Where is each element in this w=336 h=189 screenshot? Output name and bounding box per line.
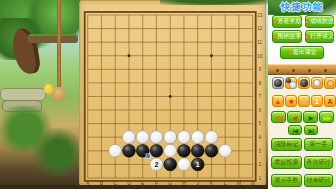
quick-button-exit-class[interactable]: 退出课堂 <box>280 46 324 59</box>
right-panel: 快捷功能 查看奖励 成绩数据 围棋故事 打开讲义 退出课堂 <box>268 0 336 189</box>
shelf-tack <box>308 69 311 72</box>
rope-tassel <box>51 87 66 101</box>
end-discussion-button[interactable]: 结束研讨 <box>304 174 333 187</box>
button-label: 再次研讨 <box>307 158 331 167</box>
svg-text:1: 1 <box>258 176 261 181</box>
go-board[interactable]: ABCDEFGHJKLMN1312111098765432121 <box>79 0 266 186</box>
stone-white-F4[interactable] <box>150 131 163 144</box>
shelf-tack <box>276 69 279 72</box>
foliage-overhang <box>160 0 268 5</box>
number-icon: 1 <box>315 98 319 105</box>
stone-white-E4[interactable] <box>136 131 149 144</box>
button-icon <box>273 20 277 24</box>
alternate-stones-tool[interactable] <box>285 77 297 89</box>
svg-text:8: 8 <box>258 81 261 86</box>
button-label: 清除标记 <box>275 140 299 149</box>
stone-white-L3[interactable] <box>219 144 232 157</box>
stone-white-G3[interactable] <box>164 144 177 157</box>
letter-marker-tool[interactable]: A <box>324 95 336 107</box>
number-marker-tool[interactable]: 1 <box>311 95 323 107</box>
fast-forward-icon: ▶▶ <box>323 114 330 121</box>
fast-backward-button[interactable]: ◀◀ <box>271 111 286 123</box>
hanging-rope <box>57 0 61 92</box>
clear-marks-button[interactable]: 清除标记 <box>271 138 302 151</box>
add-black-tool[interactable] <box>298 77 310 89</box>
play-black-tool[interactable] <box>272 77 284 89</box>
add-white-tool[interactable] <box>311 77 323 89</box>
button-icon <box>273 35 277 39</box>
stone-white-D4[interactable] <box>123 131 136 144</box>
stone-white-H2[interactable] <box>178 158 191 171</box>
stone-black-D3[interactable] <box>123 144 136 157</box>
button-label: 围棋故事 <box>278 32 302 41</box>
yellow-chick <box>44 84 53 94</box>
backward-icon: ◀ <box>293 114 297 121</box>
square-marker-tool[interactable]: ■ <box>285 95 297 107</box>
first-hand-button[interactable]: 第一手 <box>304 138 333 151</box>
forward-button[interactable]: ▶ <box>303 111 318 123</box>
button-label: 发起投票 <box>275 158 299 167</box>
svg-text:2: 2 <box>154 161 158 168</box>
button-label: 查看奖励 <box>278 17 302 26</box>
skip-to-end-icon: ▶| <box>309 127 313 134</box>
first-move-button[interactable]: |◀ <box>288 125 302 135</box>
circle-marker-tool[interactable]: ○ <box>298 95 310 107</box>
stone-white-C3[interactable] <box>109 144 122 157</box>
button-label: 第一手 <box>310 140 328 149</box>
quick-button-open-handout[interactable]: 打开讲义 <box>305 30 334 43</box>
forward-icon: ▶ <box>309 114 313 121</box>
button-icon <box>288 51 292 55</box>
tool-panel: ▲ ■ ○ 1 A ◀◀ ◀ ▶ ▶▶ |◀ ▶| 清除标记 第一手 发起投票 … <box>268 75 336 189</box>
stone-black-J3[interactable] <box>191 144 204 157</box>
discuss-again-button[interactable]: 再次研讨 <box>304 156 333 169</box>
circle-icon: ○ <box>302 98 306 105</box>
button-label: 打开讲义 <box>310 32 334 41</box>
stone-black-G2[interactable] <box>164 158 177 171</box>
svg-text:12: 12 <box>257 26 263 31</box>
stone-white-J4[interactable] <box>191 131 204 144</box>
start-vote-button[interactable]: 发起投票 <box>271 156 302 169</box>
svg-text:6: 6 <box>258 108 261 113</box>
button-label: 显示手数 <box>275 176 299 185</box>
svg-text:11: 11 <box>257 40 262 45</box>
stone-white-G4[interactable] <box>164 131 177 144</box>
shelf-tack <box>292 69 295 72</box>
fast-forward-button[interactable]: ▶▶ <box>319 111 334 123</box>
quick-button-rewards[interactable]: 查看奖励 <box>272 15 302 28</box>
quick-button-go-story[interactable]: 围棋故事 <box>272 30 302 43</box>
triangle-icon: ▲ <box>275 98 282 105</box>
letter-icon: A <box>327 98 332 105</box>
black-white-stones-icon <box>287 79 296 88</box>
square-icon: ■ <box>289 98 293 105</box>
svg-text:3: 3 <box>258 149 261 154</box>
bush <box>30 128 86 178</box>
svg-text:2: 2 <box>258 162 261 167</box>
show-move-numbers-button[interactable]: 显示手数 <box>271 174 302 187</box>
svg-text:10: 10 <box>257 54 263 59</box>
svg-text:7: 7 <box>258 94 261 99</box>
svg-text:4: 4 <box>258 135 261 140</box>
button-icon <box>305 20 309 24</box>
last-move-button[interactable]: ▶| <box>304 125 318 135</box>
app-window: ABCDEFGHJKLMN1312111098765432121 快捷功能 查看… <box>0 0 336 189</box>
wooden-shelf-divider <box>268 64 336 75</box>
tree-branch <box>28 36 78 43</box>
shelf-tack <box>324 69 327 72</box>
fast-backward-icon: ◀◀ <box>275 114 282 121</box>
svg-text:1: 1 <box>196 161 200 168</box>
backward-button[interactable]: ◀ <box>287 111 302 123</box>
go-board-grid[interactable]: ABCDEFGHJKLMN1312111098765432121 <box>80 1 267 187</box>
empty-point-icon <box>327 80 334 87</box>
button-label: 成绩数据 <box>310 17 334 26</box>
svg-text:5: 5 <box>258 121 261 126</box>
black-stone-icon <box>300 79 308 87</box>
stone-black-H3[interactable] <box>178 144 191 157</box>
skip-to-start-icon: |◀ <box>293 127 297 134</box>
triangle-marker-tool[interactable]: ▲ <box>272 95 284 107</box>
stone-white-K4[interactable] <box>205 131 218 144</box>
svg-text:13: 13 <box>257 13 263 18</box>
stone-white-H4[interactable] <box>178 131 191 144</box>
quick-button-scores[interactable]: 成绩数据 <box>305 15 334 28</box>
button-icon <box>305 35 309 39</box>
button-label: 退出课堂 <box>293 48 317 57</box>
stone-black-F3[interactable] <box>150 144 163 157</box>
white-stone-icon <box>313 79 321 87</box>
button-label: 结束研讨 <box>307 176 331 185</box>
edit-cursor-marker <box>146 154 150 158</box>
svg-text:9: 9 <box>258 67 261 72</box>
ground-shadow <box>0 185 268 189</box>
erase-stone-tool[interactable] <box>324 77 336 89</box>
black-stone-icon <box>274 79 282 87</box>
panel-title: 快捷功能 <box>268 1 336 14</box>
stone-black-K3[interactable] <box>205 144 218 157</box>
